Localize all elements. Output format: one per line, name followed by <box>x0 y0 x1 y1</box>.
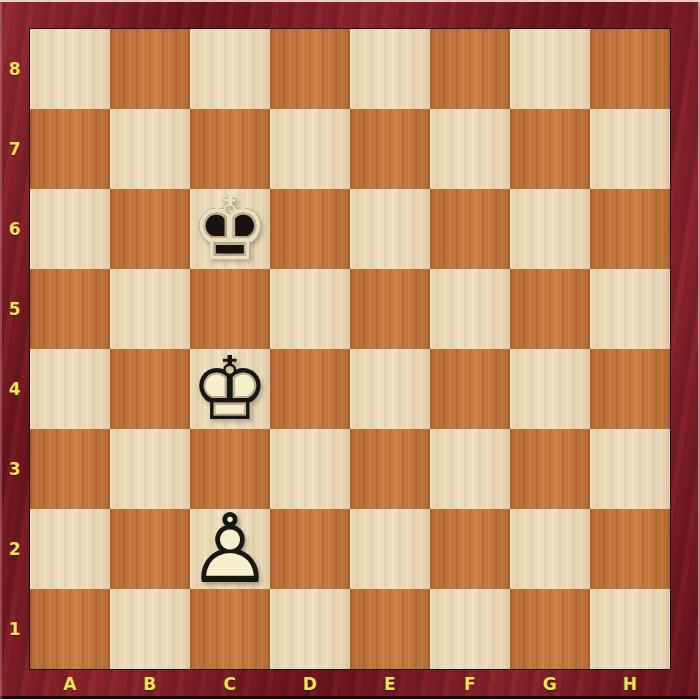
square-d2[interactable] <box>270 509 350 589</box>
square-e3[interactable] <box>350 429 430 509</box>
square-e2[interactable] <box>350 509 430 589</box>
square-h8[interactable] <box>590 29 670 109</box>
square-a3[interactable] <box>30 429 110 509</box>
white-king[interactable]: ♚♔ <box>190 349 270 429</box>
rank-label-4: 4 <box>0 349 30 429</box>
square-h6[interactable] <box>590 189 670 269</box>
square-e7[interactable] <box>350 109 430 189</box>
square-f4[interactable] <box>430 349 510 429</box>
chess-board: ♚♔♚♔♟♙ <box>30 29 670 669</box>
rank-label-1: 1 <box>0 589 30 669</box>
white-king-outline-glyph: ♔ <box>190 349 270 429</box>
square-e8[interactable] <box>350 29 430 109</box>
white-pawn[interactable]: ♟♙ <box>190 509 270 589</box>
square-b3[interactable] <box>110 429 190 509</box>
rank-label-7: 7 <box>0 109 30 189</box>
square-f7[interactable] <box>430 109 510 189</box>
square-g5[interactable] <box>510 269 590 349</box>
rank-label-2: 2 <box>0 509 30 589</box>
square-c1[interactable] <box>190 589 270 669</box>
square-a5[interactable] <box>30 269 110 349</box>
square-e6[interactable] <box>350 189 430 269</box>
black-king-outline-glyph: ♔ <box>190 189 270 269</box>
square-b7[interactable] <box>110 109 190 189</box>
square-h5[interactable] <box>590 269 670 349</box>
square-g2[interactable] <box>510 509 590 589</box>
square-f8[interactable] <box>430 29 510 109</box>
square-e1[interactable] <box>350 589 430 669</box>
square-d8[interactable] <box>270 29 350 109</box>
square-h2[interactable] <box>590 509 670 589</box>
square-f5[interactable] <box>430 269 510 349</box>
file-label-h: H <box>590 669 670 699</box>
square-d7[interactable] <box>270 109 350 189</box>
square-d3[interactable] <box>270 429 350 509</box>
square-g3[interactable] <box>510 429 590 509</box>
square-d5[interactable] <box>270 269 350 349</box>
rank-label-8: 8 <box>0 29 30 109</box>
square-f3[interactable] <box>430 429 510 509</box>
square-b6[interactable] <box>110 189 190 269</box>
rank-label-6: 6 <box>0 189 30 269</box>
white-pawn-outline-glyph: ♙ <box>190 509 270 589</box>
square-c6[interactable]: ♚♔ <box>190 189 270 269</box>
square-f6[interactable] <box>430 189 510 269</box>
square-a7[interactable] <box>30 109 110 189</box>
square-c4[interactable]: ♚♔ <box>190 349 270 429</box>
square-c8[interactable] <box>190 29 270 109</box>
square-d6[interactable] <box>270 189 350 269</box>
file-label-g: G <box>510 669 590 699</box>
square-b1[interactable] <box>110 589 190 669</box>
square-a1[interactable] <box>30 589 110 669</box>
square-e4[interactable] <box>350 349 430 429</box>
square-e5[interactable] <box>350 269 430 349</box>
black-king[interactable]: ♚♔ <box>190 189 270 269</box>
square-f1[interactable] <box>430 589 510 669</box>
square-h1[interactable] <box>590 589 670 669</box>
square-h4[interactable] <box>590 349 670 429</box>
square-a4[interactable] <box>30 349 110 429</box>
square-f2[interactable] <box>430 509 510 589</box>
file-label-f: F <box>430 669 510 699</box>
square-b8[interactable] <box>110 29 190 109</box>
square-b4[interactable] <box>110 349 190 429</box>
square-h3[interactable] <box>590 429 670 509</box>
square-g6[interactable] <box>510 189 590 269</box>
square-c2[interactable]: ♟♙ <box>190 509 270 589</box>
square-g7[interactable] <box>510 109 590 189</box>
file-label-c: C <box>190 669 270 699</box>
square-a6[interactable] <box>30 189 110 269</box>
file-label-a: A <box>30 669 110 699</box>
square-a8[interactable] <box>30 29 110 109</box>
square-d1[interactable] <box>270 589 350 669</box>
rank-label-5: 5 <box>0 269 30 349</box>
square-g4[interactable] <box>510 349 590 429</box>
chess-board-frame: ♚♔♚♔♟♙ 87654321 ABCDEFGH <box>0 0 700 699</box>
square-d4[interactable] <box>270 349 350 429</box>
file-label-e: E <box>350 669 430 699</box>
file-label-d: D <box>270 669 350 699</box>
square-h7[interactable] <box>590 109 670 189</box>
square-b5[interactable] <box>110 269 190 349</box>
square-b2[interactable] <box>110 509 190 589</box>
file-label-b: B <box>110 669 190 699</box>
square-g1[interactable] <box>510 589 590 669</box>
rank-label-3: 3 <box>0 429 30 509</box>
square-g8[interactable] <box>510 29 590 109</box>
square-a2[interactable] <box>30 509 110 589</box>
